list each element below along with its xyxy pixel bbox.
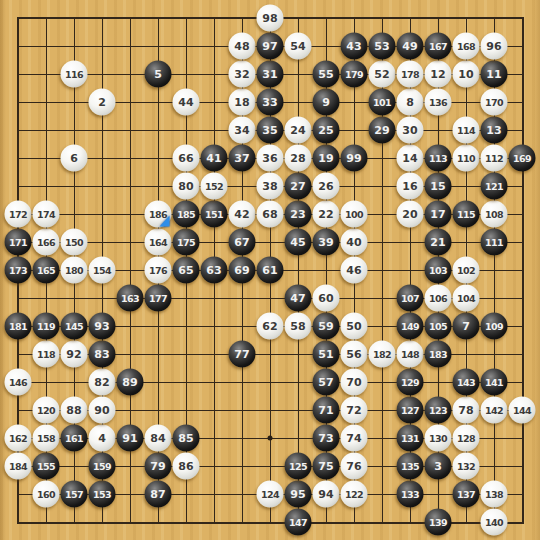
stone-148-white: 148 (397, 341, 424, 368)
move-number: 71 (318, 405, 333, 416)
move-number: 93 (94, 321, 109, 332)
stone-154-white: 154 (89, 257, 116, 284)
move-number: 72 (346, 405, 361, 416)
move-number: 12 (430, 69, 445, 80)
move-number: 147 (289, 517, 307, 527)
stone-72-white: 72 (341, 397, 368, 424)
stone-178-white: 178 (397, 61, 424, 88)
move-number: 118 (37, 349, 55, 359)
move-number: 115 (457, 209, 475, 219)
move-number: 40 (346, 237, 361, 248)
stone-83-black: 83 (89, 341, 116, 368)
stone-159-black: 159 (89, 453, 116, 480)
move-number: 26 (318, 181, 333, 192)
move-number: 133 (401, 489, 419, 499)
move-number: 91 (122, 433, 137, 444)
stone-143-black: 143 (453, 369, 480, 396)
stone-14-white: 14 (397, 145, 424, 172)
move-number: 142 (485, 405, 503, 415)
move-number: 122 (345, 489, 363, 499)
move-number: 34 (234, 125, 249, 136)
stone-106-white: 106 (425, 285, 452, 312)
stone-172-white: 172 (5, 201, 32, 228)
move-number: 144 (513, 405, 531, 415)
stone-27-black: 27 (285, 173, 312, 200)
stone-120-white: 120 (33, 397, 60, 424)
stone-144-white: 144 (509, 397, 536, 424)
stone-42-white: 42 (229, 201, 256, 228)
stone-96-white: 96 (481, 33, 508, 60)
move-number: 150 (65, 237, 83, 247)
move-number: 43 (346, 41, 361, 52)
move-number: 94 (318, 489, 333, 500)
move-number: 87 (150, 489, 165, 500)
move-number: 100 (345, 209, 363, 219)
stone-90-white: 90 (89, 397, 116, 424)
stone-4-white: 4 (89, 425, 116, 452)
move-number: 143 (457, 377, 475, 387)
stone-11-black: 11 (481, 61, 508, 88)
move-number: 173 (9, 265, 27, 275)
stone-150-white: 150 (61, 229, 88, 256)
move-number: 109 (485, 321, 503, 331)
stone-71-black: 71 (313, 397, 340, 424)
move-number: 182 (373, 349, 391, 359)
stone-59-black: 59 (313, 313, 340, 340)
stone-16-white: 16 (397, 173, 424, 200)
stone-84-white: 84 (145, 425, 172, 452)
stone-49-black: 49 (397, 33, 424, 60)
move-number: 22 (318, 209, 333, 220)
stone-186-white: 186 (145, 201, 172, 228)
stone-34-white: 34 (229, 117, 256, 144)
move-number: 75 (318, 461, 333, 472)
stone-29-black: 29 (369, 117, 396, 144)
stone-136-white: 136 (425, 89, 452, 116)
move-number: 44 (178, 97, 193, 108)
move-number: 32 (234, 69, 249, 80)
stone-9-black: 9 (313, 89, 340, 116)
stone-32-white: 32 (229, 61, 256, 88)
move-number: 98 (262, 13, 277, 24)
move-number: 65 (178, 265, 193, 276)
move-number: 33 (262, 97, 277, 108)
move-number: 31 (262, 69, 277, 80)
stone-10-white: 10 (453, 61, 480, 88)
stone-114-white: 114 (453, 117, 480, 144)
stone-132-white: 132 (453, 453, 480, 480)
stone-104-white: 104 (453, 285, 480, 312)
move-number: 177 (149, 293, 167, 303)
move-number: 135 (401, 461, 419, 471)
move-number: 59 (318, 321, 333, 332)
move-number: 2 (98, 97, 106, 108)
move-number: 185 (177, 209, 195, 219)
stone-56-white: 56 (341, 341, 368, 368)
move-number: 113 (429, 153, 447, 163)
move-number: 83 (94, 349, 109, 360)
stone-102-white: 102 (453, 257, 480, 284)
move-number: 38 (262, 181, 277, 192)
move-number: 19 (318, 153, 333, 164)
stone-8-white: 8 (397, 89, 424, 116)
stone-139-black: 139 (425, 509, 452, 536)
stone-151-black: 151 (201, 201, 228, 228)
stone-115-black: 115 (453, 201, 480, 228)
move-number: 28 (290, 153, 305, 164)
stone-24-white: 24 (285, 117, 312, 144)
stone-175-black: 175 (173, 229, 200, 256)
move-number: 41 (206, 153, 221, 164)
move-number: 55 (318, 69, 333, 80)
stone-22-white: 22 (313, 201, 340, 228)
stone-177-black: 177 (145, 285, 172, 312)
grid-line-v (522, 18, 523, 523)
stone-5-black: 5 (145, 61, 172, 88)
move-number: 128 (457, 433, 475, 443)
grid-line-v (298, 18, 299, 523)
stone-6-white: 6 (61, 145, 88, 172)
move-number: 56 (346, 349, 361, 360)
move-number: 30 (402, 125, 417, 136)
move-number: 160 (37, 489, 55, 499)
move-number: 23 (290, 209, 305, 220)
move-number: 140 (485, 517, 503, 527)
stone-124-white: 124 (257, 481, 284, 508)
move-number: 53 (374, 41, 389, 52)
stone-137-black: 137 (453, 481, 480, 508)
move-number: 165 (37, 265, 55, 275)
stone-89-black: 89 (117, 369, 144, 396)
move-number: 166 (37, 237, 55, 247)
stone-171-black: 171 (5, 229, 32, 256)
move-number: 76 (346, 461, 361, 472)
stone-123-black: 123 (425, 397, 452, 424)
stone-94-white: 94 (313, 481, 340, 508)
stone-57-black: 57 (313, 369, 340, 396)
stone-78-white: 78 (453, 397, 480, 424)
move-number: 50 (346, 321, 361, 332)
stone-162-white: 162 (5, 425, 32, 452)
move-number: 9 (322, 97, 330, 108)
move-number: 86 (178, 461, 193, 472)
move-number: 164 (149, 237, 167, 247)
move-number: 178 (401, 69, 419, 79)
move-number: 148 (401, 349, 419, 359)
move-number: 179 (345, 69, 363, 79)
move-number: 42 (234, 209, 249, 220)
move-number: 110 (457, 153, 475, 163)
move-number: 152 (205, 181, 223, 191)
move-number: 5 (154, 69, 162, 80)
stone-18-white: 18 (229, 89, 256, 116)
move-number: 84 (150, 433, 165, 444)
stone-74-white: 74 (341, 425, 368, 452)
move-number: 149 (401, 321, 419, 331)
last-move-marker-icon (160, 216, 170, 227)
stone-112-white: 112 (481, 145, 508, 172)
move-number: 159 (93, 461, 111, 471)
stone-116-white: 116 (61, 61, 88, 88)
stone-174-white: 174 (33, 201, 60, 228)
stone-66-white: 66 (173, 145, 200, 172)
stone-92-white: 92 (61, 341, 88, 368)
stone-121-black: 121 (481, 173, 508, 200)
move-number: 54 (290, 41, 305, 52)
stone-141-black: 141 (481, 369, 508, 396)
move-number: 103 (429, 265, 447, 275)
move-number: 151 (205, 209, 223, 219)
stone-109-black: 109 (481, 313, 508, 340)
stone-48-white: 48 (229, 33, 256, 60)
stone-43-black: 43 (341, 33, 368, 60)
stone-73-black: 73 (313, 425, 340, 452)
move-number: 183 (429, 349, 447, 359)
stone-129-black: 129 (397, 369, 424, 396)
move-number: 6 (70, 153, 78, 164)
stone-60-white: 60 (313, 285, 340, 312)
go-board[interactable]: 2345678910111213141516171819202122232425… (0, 0, 540, 540)
move-number: 88 (66, 405, 81, 416)
stone-38-white: 38 (257, 173, 284, 200)
move-number: 14 (402, 153, 417, 164)
stone-146-white: 146 (5, 369, 32, 396)
move-number: 82 (94, 377, 109, 388)
stone-155-black: 155 (33, 453, 60, 480)
stone-127-black: 127 (397, 397, 424, 424)
stone-47-black: 47 (285, 285, 312, 312)
move-number: 176 (149, 265, 167, 275)
move-number: 167 (429, 41, 447, 51)
stone-85-black: 85 (173, 425, 200, 452)
move-number: 153 (93, 489, 111, 499)
stone-31-black: 31 (257, 61, 284, 88)
move-number: 146 (9, 377, 27, 387)
move-number: 106 (429, 293, 447, 303)
star-point (268, 436, 273, 441)
stone-145-black: 145 (61, 313, 88, 340)
stone-58-white: 58 (285, 313, 312, 340)
move-number: 48 (234, 41, 249, 52)
stone-61-black: 61 (257, 257, 284, 284)
stone-53-black: 53 (369, 33, 396, 60)
move-number: 139 (429, 517, 447, 527)
move-number: 79 (150, 461, 165, 472)
move-number: 127 (401, 405, 419, 415)
move-number: 108 (485, 209, 503, 219)
move-number: 155 (37, 461, 55, 471)
stone-45-black: 45 (285, 229, 312, 256)
move-number: 3 (434, 461, 442, 472)
stone-185-black: 185 (173, 201, 200, 228)
stone-80-white: 80 (173, 173, 200, 200)
stone-54-white: 54 (285, 33, 312, 60)
move-number: 92 (66, 349, 81, 360)
stone-135-black: 135 (397, 453, 424, 480)
move-number: 7 (462, 321, 470, 332)
move-number: 129 (401, 377, 419, 387)
stone-152-white: 152 (201, 173, 228, 200)
move-number: 123 (429, 405, 447, 415)
move-number: 68 (262, 209, 277, 220)
stone-105-black: 105 (425, 313, 452, 340)
stone-118-white: 118 (33, 341, 60, 368)
move-number: 21 (430, 237, 445, 248)
stone-108-white: 108 (481, 201, 508, 228)
move-number: 18 (234, 97, 249, 108)
move-number: 67 (234, 237, 249, 248)
stone-130-white: 130 (425, 425, 452, 452)
stone-87-black: 87 (145, 481, 172, 508)
move-number: 111 (485, 237, 503, 247)
move-number: 52 (374, 69, 389, 80)
stone-91-black: 91 (117, 425, 144, 452)
move-number: 15 (430, 181, 445, 192)
stone-176-white: 176 (145, 257, 172, 284)
move-number: 107 (401, 293, 419, 303)
stone-51-black: 51 (313, 341, 340, 368)
stone-25-black: 25 (313, 117, 340, 144)
stone-70-white: 70 (341, 369, 368, 396)
stone-113-black: 113 (425, 145, 452, 172)
stone-119-black: 119 (33, 313, 60, 340)
stone-138-white: 138 (481, 481, 508, 508)
move-number: 168 (457, 41, 475, 51)
move-number: 17 (430, 209, 445, 220)
stone-181-black: 181 (5, 313, 32, 340)
stone-12-white: 12 (425, 61, 452, 88)
move-number: 10 (458, 69, 473, 80)
stone-50-white: 50 (341, 313, 368, 340)
stone-2-white: 2 (89, 89, 116, 116)
move-number: 169 (513, 153, 531, 163)
move-number: 161 (65, 433, 83, 443)
move-number: 49 (402, 41, 417, 52)
move-number: 27 (290, 181, 305, 192)
stone-28-white: 28 (285, 145, 312, 172)
move-number: 60 (318, 293, 333, 304)
move-number: 125 (289, 461, 307, 471)
stone-33-black: 33 (257, 89, 284, 116)
move-number: 99 (346, 153, 361, 164)
stone-55-black: 55 (313, 61, 340, 88)
stone-97-black: 97 (257, 33, 284, 60)
move-number: 47 (290, 293, 305, 304)
stone-41-black: 41 (201, 145, 228, 172)
move-number: 89 (122, 377, 137, 388)
stone-169-black: 169 (509, 145, 536, 172)
stone-30-white: 30 (397, 117, 424, 144)
stone-77-black: 77 (229, 341, 256, 368)
move-number: 57 (318, 377, 333, 388)
move-number: 162 (9, 433, 27, 443)
move-number: 119 (37, 321, 55, 331)
stone-68-white: 68 (257, 201, 284, 228)
stone-95-black: 95 (285, 481, 312, 508)
move-number: 80 (178, 181, 193, 192)
stone-37-black: 37 (229, 145, 256, 172)
stone-164-white: 164 (145, 229, 172, 256)
move-number: 39 (318, 237, 333, 248)
stone-163-black: 163 (117, 285, 144, 312)
move-number: 13 (486, 125, 501, 136)
stone-82-white: 82 (89, 369, 116, 396)
stone-128-white: 128 (453, 425, 480, 452)
move-number: 20 (402, 209, 417, 220)
move-number: 116 (65, 69, 83, 79)
move-number: 95 (290, 489, 305, 500)
move-number: 63 (206, 265, 221, 276)
move-number: 45 (290, 237, 305, 248)
stone-40-white: 40 (341, 229, 368, 256)
stone-184-white: 184 (5, 453, 32, 480)
move-number: 131 (401, 433, 419, 443)
stone-67-black: 67 (229, 229, 256, 256)
stone-100-white: 100 (341, 201, 368, 228)
stone-79-black: 79 (145, 453, 172, 480)
move-number: 97 (262, 41, 277, 52)
stone-26-white: 26 (313, 173, 340, 200)
move-number: 85 (178, 433, 193, 444)
move-number: 35 (262, 125, 277, 136)
move-number: 69 (234, 265, 249, 276)
move-number: 104 (457, 293, 475, 303)
move-number: 11 (486, 69, 501, 80)
stone-39-black: 39 (313, 229, 340, 256)
move-number: 4 (98, 433, 106, 444)
stone-140-white: 140 (481, 509, 508, 536)
stone-166-white: 166 (33, 229, 60, 256)
stone-103-black: 103 (425, 257, 452, 284)
move-number: 112 (485, 153, 503, 163)
stone-88-white: 88 (61, 397, 88, 424)
move-number: 90 (94, 405, 109, 416)
stone-63-black: 63 (201, 257, 228, 284)
stone-170-white: 170 (481, 89, 508, 116)
move-number: 120 (37, 405, 55, 415)
stone-35-black: 35 (257, 117, 284, 144)
move-number: 61 (262, 265, 277, 276)
stone-182-white: 182 (369, 341, 396, 368)
move-number: 175 (177, 237, 195, 247)
move-number: 70 (346, 377, 361, 388)
stone-75-black: 75 (313, 453, 340, 480)
move-number: 36 (262, 153, 277, 164)
stone-44-white: 44 (173, 89, 200, 116)
move-number: 172 (9, 209, 27, 219)
stone-21-black: 21 (425, 229, 452, 256)
stone-7-black: 7 (453, 313, 480, 340)
move-number: 170 (485, 97, 503, 107)
stone-98-white: 98 (257, 5, 284, 32)
stone-122-white: 122 (341, 481, 368, 508)
move-number: 102 (457, 265, 475, 275)
move-number: 181 (9, 321, 27, 331)
stone-161-black: 161 (61, 425, 88, 452)
stone-93-black: 93 (89, 313, 116, 340)
stone-62-white: 62 (257, 313, 284, 340)
stone-165-black: 165 (33, 257, 60, 284)
stone-69-black: 69 (229, 257, 256, 284)
stone-46-white: 46 (341, 257, 368, 284)
move-number: 136 (429, 97, 447, 107)
stone-183-black: 183 (425, 341, 452, 368)
stone-13-black: 13 (481, 117, 508, 144)
stone-86-white: 86 (173, 453, 200, 480)
move-number: 171 (9, 237, 27, 247)
move-number: 46 (346, 265, 361, 276)
move-number: 121 (485, 181, 503, 191)
